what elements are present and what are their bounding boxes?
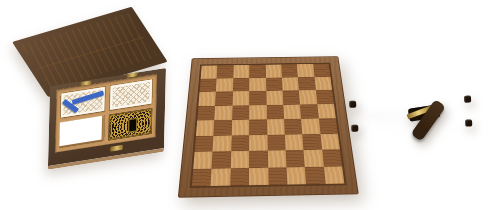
scene [0,0,501,210]
corner-stud-top-right [464,95,471,102]
corner-stud-bottom-right [465,119,472,126]
corner-stud-top-left [349,101,356,108]
corner-stud-bottom-left [351,125,358,132]
folded-board-group [0,0,501,210]
folded-board [348,94,473,133]
